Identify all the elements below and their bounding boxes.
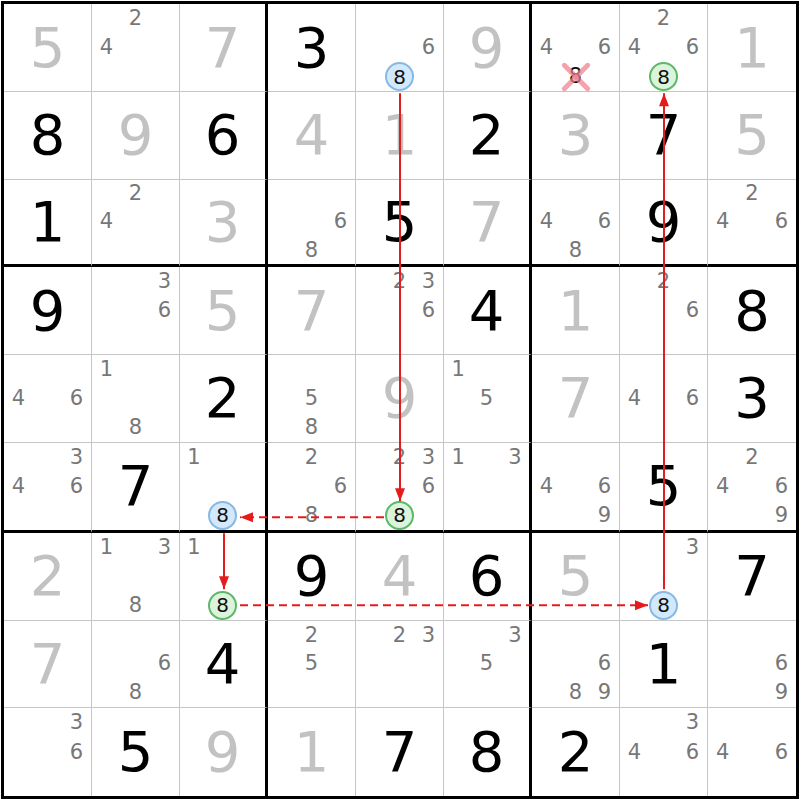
- cell-r8c7[interactable]: 689: [532, 621, 620, 709]
- given-digit: 5: [118, 724, 154, 780]
- candidate-grid: 13: [444, 443, 529, 530]
- candidate-6[interactable]: 6: [590, 33, 619, 62]
- solved-digit: 1: [734, 20, 770, 76]
- candidate-4[interactable]: 4: [620, 738, 649, 767]
- solved-digit: 9: [205, 724, 241, 780]
- cell-r7c4[interactable]: 9: [268, 533, 356, 621]
- candidate-4[interactable]: 4: [4, 384, 33, 413]
- solved-digit: 5: [558, 548, 594, 604]
- candidate-6[interactable]: 6: [767, 738, 796, 767]
- cell-r8c4[interactable]: 25: [268, 621, 356, 709]
- cell-r2c5[interactable]: 1: [356, 92, 444, 180]
- cell-r8c2[interactable]: 68: [92, 621, 180, 709]
- candidate-6[interactable]: 6: [767, 208, 796, 236]
- cell-r4c1[interactable]: 9: [4, 267, 92, 355]
- candidate-6[interactable]: 6: [62, 738, 91, 767]
- solved-digit: 5: [30, 20, 66, 76]
- candidate-grid: 2468: [620, 4, 707, 91]
- cell-r1c9[interactable]: 1: [708, 4, 796, 92]
- cell-r8c9[interactable]: 69: [708, 621, 796, 709]
- cell-r4c8[interactable]: 26: [620, 267, 708, 355]
- solved-digit: 5: [734, 107, 770, 163]
- cell-r4c6[interactable]: 4: [444, 267, 532, 355]
- candidate-3[interactable]: 3: [678, 708, 707, 737]
- candidate-grid: 46: [708, 708, 796, 796]
- cell-r1c4[interactable]: 3: [268, 4, 356, 92]
- candidate-8[interactable]: 8: [121, 413, 150, 442]
- cell-r6c6[interactable]: 13: [444, 443, 532, 533]
- candidate-grid: 26: [620, 267, 707, 354]
- candidate-6[interactable]: 6: [678, 296, 707, 325]
- cell-r7c6[interactable]: 6: [444, 533, 532, 621]
- given-digit: 8: [734, 283, 770, 339]
- candidate-grid: 689: [532, 621, 619, 708]
- solved-digit: 7: [469, 194, 505, 250]
- candidate-grid: 46: [4, 355, 91, 442]
- candidate-grid: 346: [4, 443, 91, 530]
- solved-digit: 7: [205, 20, 241, 76]
- solved-digit: 9: [469, 20, 505, 76]
- candidate-6[interactable]: 6: [590, 472, 619, 501]
- candidate-8[interactable]: 8: [121, 591, 150, 620]
- candidate-4[interactable]: 4: [708, 738, 737, 767]
- given-digit: 8: [469, 724, 505, 780]
- cell-r8c8[interactable]: 1: [620, 621, 708, 709]
- cell-r8c5[interactable]: 23: [356, 621, 444, 709]
- candidate-grid: 246: [708, 180, 796, 265]
- candidate-grid: 138: [92, 533, 179, 620]
- candidate-grid: 18: [180, 533, 265, 620]
- candidate-grid: 2469: [708, 443, 796, 530]
- candidate-6[interactable]: 6: [326, 472, 355, 501]
- cell-r1c2[interactable]: 24: [92, 4, 180, 92]
- candidate-4[interactable]: 4: [532, 472, 561, 501]
- candidate-1[interactable]: 1: [180, 443, 208, 472]
- given-digit: 9: [646, 194, 682, 250]
- candidate-grid: 469: [532, 443, 619, 530]
- candidate-grid: 35: [444, 621, 529, 708]
- given-digit: 2: [205, 370, 241, 426]
- candidate-grid: 468: [532, 4, 619, 91]
- candidate-6[interactable]: 6: [590, 650, 619, 679]
- given-digit: 4: [205, 636, 241, 692]
- given-digit: 7: [734, 548, 770, 604]
- cell-r2c3[interactable]: 6: [180, 92, 268, 180]
- given-digit: 6: [205, 107, 241, 163]
- candidate-grid: 58: [268, 355, 355, 442]
- candidate-3[interactable]: 3: [414, 443, 443, 472]
- candidate-4[interactable]: 4: [532, 208, 561, 236]
- cell-r5c5[interactable]: 9: [356, 355, 444, 443]
- given-digit: 6: [469, 548, 505, 604]
- solved-digit: 1: [382, 107, 418, 163]
- candidate-grid: 2368: [356, 443, 443, 530]
- candidate-1[interactable]: 1: [444, 443, 472, 472]
- given-digit: 3: [734, 370, 770, 426]
- cell-r9c9[interactable]: 46: [708, 708, 796, 796]
- candidate-grid: 268: [268, 443, 355, 530]
- cell-r1c5[interactable]: 68: [356, 4, 444, 92]
- cell-r7c9[interactable]: 7: [708, 533, 796, 621]
- candidate-8-chain-node-green[interactable]: 8: [649, 62, 678, 91]
- cell-r5c3[interactable]: 2: [180, 355, 268, 443]
- candidate-5[interactable]: 5: [472, 650, 500, 679]
- candidate-grid: 15: [444, 355, 529, 442]
- cell-r5c4[interactable]: 58: [268, 355, 356, 443]
- cell-r6c4[interactable]: 268: [268, 443, 356, 533]
- cell-r7c3[interactable]: 18: [180, 533, 268, 621]
- candidate-grid: 18: [180, 443, 265, 530]
- cell-r3c2[interactable]: 24: [92, 180, 180, 268]
- cell-r6c9[interactable]: 2469: [708, 443, 796, 533]
- candidate-6[interactable]: 6: [678, 738, 707, 767]
- candidate-6[interactable]: 6: [414, 33, 443, 62]
- cell-r1c8[interactable]: 2468: [620, 4, 708, 92]
- cell-r1c1[interactable]: 5: [4, 4, 92, 92]
- solved-digit: 4: [382, 548, 418, 604]
- candidate-8[interactable]: 8: [121, 678, 150, 707]
- candidate-8-eliminated[interactable]: 8: [561, 62, 590, 91]
- solved-digit: 2: [30, 548, 66, 604]
- solved-digit: 7: [294, 283, 330, 339]
- given-digit: 7: [118, 458, 154, 514]
- cell-r6c3[interactable]: 18: [180, 443, 268, 533]
- candidate-9[interactable]: 9: [590, 678, 619, 707]
- candidate-8[interactable]: 8: [561, 678, 590, 707]
- candidate-grid: 23: [356, 621, 443, 708]
- candidate-8-chain-node-blue[interactable]: 8: [385, 62, 414, 91]
- candidate-3[interactable]: 3: [501, 443, 529, 472]
- candidate-8[interactable]: 8: [297, 236, 326, 264]
- cell-r3c8[interactable]: 9: [620, 180, 708, 268]
- cell-r9c7[interactable]: 2: [532, 708, 620, 796]
- given-digit: 4: [469, 283, 505, 339]
- cell-r4c3[interactable]: 5: [180, 267, 268, 355]
- candidate-5[interactable]: 5: [472, 384, 500, 413]
- cell-r3c3[interactable]: 3: [180, 180, 268, 268]
- cell-r4c4[interactable]: 7: [268, 267, 356, 355]
- cell-r3c5[interactable]: 5: [356, 180, 444, 268]
- cell-r3c6[interactable]: 7: [444, 180, 532, 268]
- solved-digit: 3: [558, 107, 594, 163]
- candidate-6[interactable]: 6: [414, 296, 443, 325]
- solved-digit: 4: [294, 107, 330, 163]
- candidate-4[interactable]: 4: [708, 472, 737, 501]
- cell-r5c2[interactable]: 18: [92, 355, 180, 443]
- candidate-8-chain-node-blue[interactable]: 8: [649, 591, 678, 620]
- solved-digit: 7: [558, 370, 594, 426]
- candidate-6[interactable]: 6: [767, 472, 796, 501]
- candidate-2[interactable]: 2: [737, 443, 766, 472]
- given-digit: 2: [558, 724, 594, 780]
- candidate-3[interactable]: 3: [62, 443, 91, 472]
- cell-r2c1[interactable]: 8: [4, 92, 92, 180]
- solved-digit: 9: [382, 370, 418, 426]
- cell-r1c7[interactable]: 468: [532, 4, 620, 92]
- cell-r7c2[interactable]: 138: [92, 533, 180, 621]
- cell-r5c9[interactable]: 3: [708, 355, 796, 443]
- candidate-grid: 24: [92, 180, 179, 265]
- solved-digit: 5: [205, 283, 241, 339]
- candidate-6[interactable]: 6: [678, 33, 707, 62]
- candidate-4[interactable]: 4: [532, 33, 561, 62]
- solved-digit: 1: [294, 724, 330, 780]
- solved-digit: 1: [558, 283, 594, 339]
- candidate-2[interactable]: 2: [297, 443, 326, 472]
- candidate-2[interactable]: 2: [121, 4, 150, 33]
- solved-digit: 3: [205, 194, 241, 250]
- cell-r9c4[interactable]: 1: [268, 708, 356, 796]
- cell-r2c8[interactable]: 7: [620, 92, 708, 180]
- given-digit: 9: [30, 283, 66, 339]
- candidate-grid: 468: [532, 180, 619, 265]
- cell-r4c2[interactable]: 36: [92, 267, 180, 355]
- candidate-9[interactable]: 9: [590, 501, 619, 530]
- candidate-3[interactable]: 3: [414, 267, 443, 296]
- candidate-2[interactable]: 2: [649, 267, 678, 296]
- candidate-6[interactable]: 6: [767, 650, 796, 679]
- candidate-3[interactable]: 3: [501, 621, 529, 650]
- cell-r7c8[interactable]: 38: [620, 533, 708, 621]
- cell-r8c6[interactable]: 35: [444, 621, 532, 709]
- cell-r6c5[interactable]: 2368: [356, 443, 444, 533]
- candidate-grid: 346: [620, 708, 707, 796]
- cell-r2c4[interactable]: 4: [268, 92, 356, 180]
- candidate-8[interactable]: 8: [561, 236, 590, 264]
- candidate-2[interactable]: 2: [737, 180, 766, 208]
- candidate-1[interactable]: 1: [180, 533, 208, 562]
- candidate-8[interactable]: 8: [297, 501, 326, 530]
- cell-r7c7[interactable]: 5: [532, 533, 620, 621]
- candidate-6[interactable]: 6: [326, 208, 355, 236]
- cell-r4c9[interactable]: 8: [708, 267, 796, 355]
- candidate-2[interactable]: 2: [385, 267, 414, 296]
- candidate-grid: 69: [708, 621, 796, 708]
- candidate-8-chain-node-blue[interactable]: 8: [208, 501, 237, 530]
- given-digit: 2: [469, 107, 505, 163]
- given-digit: 5: [382, 194, 418, 250]
- cell-r2c6[interactable]: 2: [444, 92, 532, 180]
- candidate-2[interactable]: 2: [121, 180, 150, 208]
- cell-r9c3[interactable]: 9: [180, 708, 268, 796]
- candidate-4[interactable]: 4: [92, 33, 121, 62]
- cell-r6c1[interactable]: 346: [4, 443, 92, 533]
- cell-r9c2[interactable]: 5: [92, 708, 180, 796]
- candidate-5[interactable]: 5: [297, 384, 326, 413]
- candidate-grid: 46: [620, 355, 707, 442]
- cell-r4c5[interactable]: 236: [356, 267, 444, 355]
- candidate-grid: 236: [356, 267, 443, 354]
- candidate-6[interactable]: 6: [62, 384, 91, 413]
- candidate-9[interactable]: 9: [767, 678, 796, 707]
- cell-r3c4[interactable]: 68: [268, 180, 356, 268]
- candidate-8-chain-node-green[interactable]: 8: [385, 501, 414, 530]
- given-digit: 8: [30, 107, 66, 163]
- cell-r9c1[interactable]: 36: [4, 708, 92, 796]
- cell-r2c2[interactable]: 9: [92, 92, 180, 180]
- candidate-grid: 68: [268, 180, 355, 265]
- candidate-grid: 68: [92, 621, 179, 708]
- given-digit: 7: [382, 724, 418, 780]
- candidate-3[interactable]: 3: [414, 621, 443, 650]
- given-digit: 5: [646, 458, 682, 514]
- candidate-grid: 25: [268, 621, 355, 708]
- candidate-4[interactable]: 4: [620, 384, 649, 413]
- candidate-2[interactable]: 2: [297, 621, 326, 650]
- candidate-5[interactable]: 5: [297, 650, 326, 679]
- candidate-grid: 36: [4, 708, 91, 796]
- cell-r9c5[interactable]: 7: [356, 708, 444, 796]
- candidate-1[interactable]: 1: [92, 533, 121, 562]
- given-digit: 7: [646, 107, 682, 163]
- candidate-3[interactable]: 3: [150, 267, 179, 296]
- candidate-3[interactable]: 3: [62, 708, 91, 737]
- cell-r9c6[interactable]: 8: [444, 708, 532, 796]
- solved-digit: 7: [30, 636, 66, 692]
- candidate-6[interactable]: 6: [150, 650, 179, 679]
- candidate-grid: 36: [92, 267, 179, 354]
- cell-r3c9[interactable]: 246: [708, 180, 796, 268]
- candidate-8[interactable]: 8: [297, 413, 326, 442]
- candidate-6[interactable]: 6: [678, 384, 707, 413]
- candidate-4[interactable]: 4: [92, 208, 121, 236]
- candidate-6[interactable]: 6: [590, 208, 619, 236]
- cell-r2c9[interactable]: 5: [708, 92, 796, 180]
- given-digit: 1: [30, 194, 66, 250]
- solved-digit: 9: [118, 107, 154, 163]
- candidate-4[interactable]: 4: [620, 33, 649, 62]
- cell-r7c5[interactable]: 4: [356, 533, 444, 621]
- cell-r9c8[interactable]: 346: [620, 708, 708, 796]
- cell-r3c1[interactable]: 1: [4, 180, 92, 268]
- cell-r4c7[interactable]: 1: [532, 267, 620, 355]
- cell-r2c7[interactable]: 3: [532, 92, 620, 180]
- candidate-6[interactable]: 6: [414, 472, 443, 501]
- cell-r6c2[interactable]: 7: [92, 443, 180, 533]
- candidate-1[interactable]: 1: [92, 355, 121, 384]
- candidate-4[interactable]: 4: [708, 208, 737, 236]
- cell-r1c3[interactable]: 7: [180, 4, 268, 92]
- given-digit: 9: [294, 548, 330, 604]
- sudoku-board: 5247368946824681896412375124368574689246…: [0, 0, 800, 800]
- given-digit: 1: [646, 636, 682, 692]
- candidate-6[interactable]: 6: [62, 472, 91, 501]
- cell-r5c8[interactable]: 46: [620, 355, 708, 443]
- candidate-3[interactable]: 3: [678, 533, 707, 562]
- candidate-grid: 68: [356, 4, 443, 91]
- cell-r5c1[interactable]: 46: [4, 355, 92, 443]
- candidate-grid: 18: [92, 355, 179, 442]
- candidate-2[interactable]: 2: [385, 443, 414, 472]
- cell-r1c6[interactable]: 9: [444, 4, 532, 92]
- cell-r7c1[interactable]: 2: [4, 533, 92, 621]
- candidate-6[interactable]: 6: [150, 296, 179, 325]
- candidate-2[interactable]: 2: [385, 621, 414, 650]
- candidate-3[interactable]: 3: [150, 533, 179, 562]
- cell-r6c7[interactable]: 469: [532, 443, 620, 533]
- candidate-1[interactable]: 1: [444, 355, 472, 384]
- given-digit: 3: [294, 20, 330, 76]
- cell-r8c1[interactable]: 7: [4, 621, 92, 709]
- candidate-grid: 24: [92, 4, 179, 91]
- candidate-8-chain-node-green[interactable]: 8: [208, 591, 237, 620]
- candidate-2[interactable]: 2: [649, 4, 678, 33]
- sudoku-grid: 5247368946824681896412375124368574689246…: [1, 1, 799, 799]
- cell-r3c7[interactable]: 468: [532, 180, 620, 268]
- candidate-9[interactable]: 9: [767, 501, 796, 530]
- cell-r6c8[interactable]: 5: [620, 443, 708, 533]
- candidate-grid: 38: [620, 533, 707, 620]
- cell-r8c3[interactable]: 4: [180, 621, 268, 709]
- cell-r5c7[interactable]: 7: [532, 355, 620, 443]
- cell-r5c6[interactable]: 15: [444, 355, 532, 443]
- candidate-4[interactable]: 4: [4, 472, 33, 501]
